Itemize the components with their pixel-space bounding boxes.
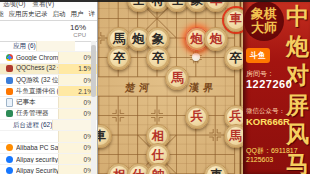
process-name: Alipay Security...	[16, 167, 58, 174]
xiangqi-master-seal: 象棋大师	[244, 1, 284, 41]
qq-line: QQ群：6911817	[246, 146, 298, 155]
cpu-cell	[36, 41, 75, 51]
qqgame-icon	[6, 77, 13, 84]
none-icon	[6, 133, 13, 140]
scrollbar[interactable]	[91, 41, 96, 174]
group-label: 应用 (6)	[13, 42, 36, 51]
river-label-right: 漢界	[188, 81, 217, 95]
process-name: QQ游戏 (32 位)	[16, 76, 58, 85]
process-row[interactable]: QQ游戏 (32 位)0%	[0, 75, 97, 86]
process-name: QQChess (32 位)	[16, 64, 58, 73]
tab-2[interactable]: 启动	[53, 10, 66, 19]
tab-0[interactable]: 能	[0, 10, 4, 19]
group-label: 后台进程 (62)	[13, 121, 52, 130]
cpu-total-percent: 16%	[70, 23, 86, 32]
process-row[interactable]: Google Chrome0%	[0, 52, 97, 63]
process-row[interactable]: Alipay Security...0%	[0, 165, 97, 174]
process-name: Alipay security...	[16, 156, 58, 163]
process-row[interactable]: QQChess (32 位)1.5%	[0, 64, 97, 75]
process-name: Google Chrome	[16, 54, 58, 61]
cpu-cell	[52, 120, 91, 130]
douyu-icon	[6, 88, 13, 95]
process-name: 任务管理器	[16, 109, 58, 118]
task-manager-column-header[interactable]: 16% CPU	[0, 21, 97, 42]
qqchess-icon	[6, 65, 13, 72]
screen: 楚河 漢界 士将士象車車馬炮象炮炮卒卒卒馬兵兵車相馬仕相仕帥車 选项(O)查看(…	[0, 0, 310, 174]
room-number-value: 1227260	[246, 78, 292, 90]
process-name: Alibaba PC Saf...	[16, 144, 58, 151]
stream-info-panel: 象棋大师 中炮对屏风马 斗鱼 房间号： 1227260 微信公众号： KOR66…	[243, 0, 310, 174]
alipay-icon	[6, 156, 13, 163]
process-row[interactable]: 0%	[0, 131, 97, 142]
process-row[interactable]: 斗鱼直播伴侣 (3...2.1%	[0, 86, 97, 97]
seal-text: 象棋大师	[249, 7, 279, 35]
river-label-left: 楚河	[124, 81, 153, 95]
process-list: 应用 (6)Google Chrome0%QQChess (32 位)1.5%Q…	[0, 41, 97, 174]
process-group-header[interactable]: 后台进程 (62)	[0, 120, 97, 131]
task-manager-tabs: 能应用历史记录启动用户详	[0, 9, 97, 21]
process-row[interactable]: Alibaba PC Saf...0%	[0, 143, 97, 154]
qq-group-numbers: QQ群：69118172125603	[246, 146, 298, 164]
cpu-column-header[interactable]: 16% CPU	[70, 23, 86, 38]
process-row[interactable]: 记事本0%	[0, 97, 97, 108]
process-name: 记事本	[16, 98, 58, 107]
wechat-id-value: KOR666R	[246, 116, 290, 127]
qq-line: 2125603	[246, 155, 298, 164]
alipay-icon	[6, 167, 13, 174]
tab-4[interactable]: 详	[89, 10, 96, 19]
task-manager-window: 选项(O)查看(V) 能应用历史记录启动用户详 16% CPU 应用 (6)Go…	[0, 0, 98, 174]
vertical-title-char-0: 中	[286, 1, 309, 31]
wechat-label: 微信公众号：	[246, 107, 285, 116]
taskmgr-icon	[6, 110, 13, 117]
douyu-logo: 斗鱼	[246, 48, 270, 63]
process-name: 斗鱼直播伴侣 (3...	[16, 87, 58, 96]
alibaba-icon	[6, 144, 13, 151]
piece-red-soldier[interactable]: 兵	[185, 105, 209, 129]
chrome-icon	[6, 54, 13, 61]
vertical-title-char-1: 炮	[286, 31, 309, 61]
process-row[interactable]: Alipay security...0%	[0, 154, 97, 165]
vertical-title-char-3: 屏	[286, 90, 309, 120]
process-group-header[interactable]: 应用 (6)	[0, 41, 97, 52]
window-top-edge	[0, 0, 310, 2]
scrollbar-thumb[interactable]	[91, 45, 96, 97]
piece-red-cannon[interactable]: 炮	[204, 27, 228, 51]
cpu-column-label: CPU	[70, 32, 86, 38]
tab-3[interactable]: 用户	[71, 10, 84, 19]
tab-1[interactable]: 应用历史记录	[9, 10, 48, 19]
notepad-icon	[6, 98, 13, 107]
process-row[interactable]: 任务管理器0%	[0, 109, 97, 120]
